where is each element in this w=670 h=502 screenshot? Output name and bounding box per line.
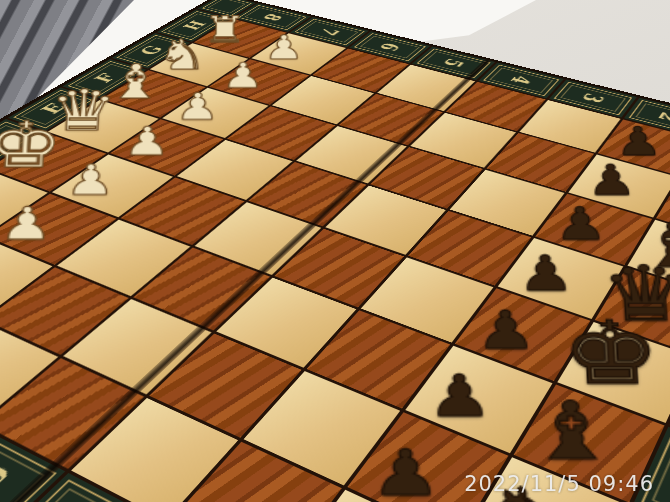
white-pawn: ♟ bbox=[175, 88, 220, 125]
black-pawn: ♟ bbox=[517, 249, 575, 298]
photo-frame: 87654321H♜♟♟♜HG♞♟♟♞GF♝♟♟♝FE♛♟♟♛ED♚♟♟♚DC♝… bbox=[0, 0, 670, 502]
black-pawn: ♟ bbox=[553, 201, 607, 246]
black-pawn: ♟ bbox=[586, 159, 637, 201]
camera-timestamp: 2022/11/5 09:46 bbox=[464, 472, 654, 496]
white-pawn: ♟ bbox=[222, 58, 264, 93]
white-pawn: ♟ bbox=[65, 159, 116, 201]
white-rook: ♜ bbox=[203, 12, 247, 48]
black-pawn: ♟ bbox=[427, 367, 493, 425]
black-bishop: ♝ bbox=[526, 392, 619, 472]
chess-board: 87654321H♜♟♟♜HG♞♟♟♞GF♝♟♟♝FE♛♟♟♛ED♚♟♟♚DC♝… bbox=[0, 0, 670, 502]
black-king: ♚ bbox=[560, 309, 663, 396]
white-pawn: ♟ bbox=[123, 122, 171, 161]
white-pawn: ♟ bbox=[0, 201, 54, 246]
white-knight: ♞ bbox=[157, 34, 208, 76]
black-pawn: ♟ bbox=[475, 304, 537, 357]
black-pawn: ♟ bbox=[370, 442, 441, 502]
white-pawn: ♟ bbox=[264, 31, 304, 64]
